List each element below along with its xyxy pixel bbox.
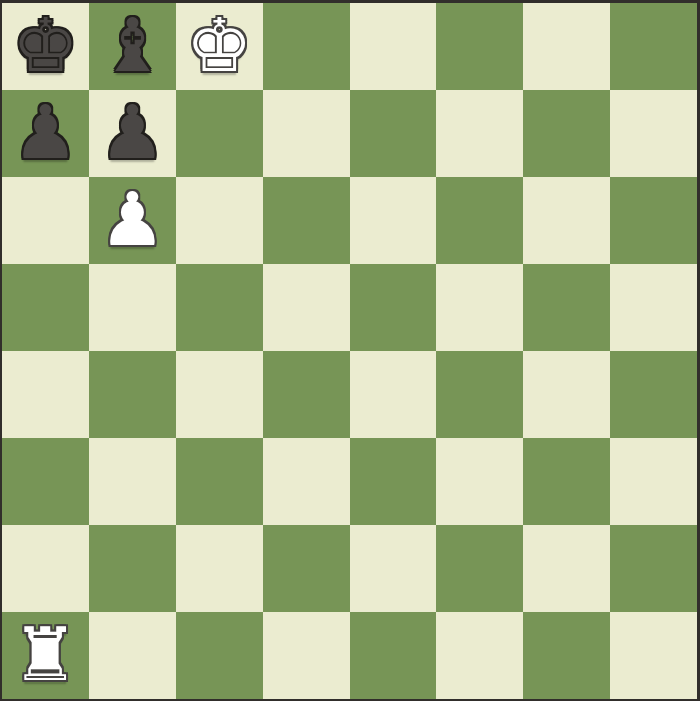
square-d7[interactable] bbox=[263, 90, 350, 177]
square-e4[interactable] bbox=[350, 351, 437, 438]
square-d3[interactable] bbox=[263, 438, 350, 525]
square-h2[interactable] bbox=[610, 525, 697, 612]
square-h8[interactable] bbox=[610, 3, 697, 90]
square-f5[interactable] bbox=[436, 264, 523, 351]
square-d8[interactable] bbox=[263, 3, 350, 90]
square-c4[interactable] bbox=[176, 351, 263, 438]
square-f1[interactable] bbox=[436, 612, 523, 699]
square-h6[interactable] bbox=[610, 177, 697, 264]
square-e2[interactable] bbox=[350, 525, 437, 612]
square-e8[interactable] bbox=[350, 3, 437, 90]
square-b4[interactable] bbox=[89, 351, 176, 438]
square-h1[interactable] bbox=[610, 612, 697, 699]
square-g4[interactable] bbox=[523, 351, 610, 438]
square-a3[interactable] bbox=[2, 438, 89, 525]
square-a4[interactable] bbox=[2, 351, 89, 438]
piece-white-king[interactable]: ♚ bbox=[186, 8, 252, 82]
square-c7[interactable] bbox=[176, 90, 263, 177]
square-g1[interactable] bbox=[523, 612, 610, 699]
square-c6[interactable] bbox=[176, 177, 263, 264]
square-f6[interactable] bbox=[436, 177, 523, 264]
piece-black-king[interactable]: ♚ bbox=[12, 8, 78, 82]
square-h3[interactable] bbox=[610, 438, 697, 525]
square-f3[interactable] bbox=[436, 438, 523, 525]
square-g5[interactable] bbox=[523, 264, 610, 351]
square-c1[interactable] bbox=[176, 612, 263, 699]
square-e5[interactable] bbox=[350, 264, 437, 351]
piece-black-pawn[interactable]: ♟ bbox=[99, 95, 165, 169]
square-e3[interactable] bbox=[350, 438, 437, 525]
square-d5[interactable] bbox=[263, 264, 350, 351]
square-h4[interactable] bbox=[610, 351, 697, 438]
square-b1[interactable] bbox=[89, 612, 176, 699]
square-e1[interactable] bbox=[350, 612, 437, 699]
square-a2[interactable] bbox=[2, 525, 89, 612]
square-c2[interactable] bbox=[176, 525, 263, 612]
square-c8[interactable]: ♚ bbox=[176, 3, 263, 90]
square-a1[interactable]: ♜ bbox=[2, 612, 89, 699]
square-f2[interactable] bbox=[436, 525, 523, 612]
square-b3[interactable] bbox=[89, 438, 176, 525]
square-a8[interactable]: ♚ bbox=[2, 3, 89, 90]
square-g7[interactable] bbox=[523, 90, 610, 177]
piece-white-pawn[interactable]: ♟ bbox=[99, 182, 165, 256]
square-f4[interactable] bbox=[436, 351, 523, 438]
square-d4[interactable] bbox=[263, 351, 350, 438]
piece-black-pawn[interactable]: ♟ bbox=[12, 95, 78, 169]
square-d1[interactable] bbox=[263, 612, 350, 699]
square-b6[interactable]: ♟ bbox=[89, 177, 176, 264]
square-e6[interactable] bbox=[350, 177, 437, 264]
square-a5[interactable] bbox=[2, 264, 89, 351]
square-c5[interactable] bbox=[176, 264, 263, 351]
square-b2[interactable] bbox=[89, 525, 176, 612]
square-g6[interactable] bbox=[523, 177, 610, 264]
square-b8[interactable]: ♝ bbox=[89, 3, 176, 90]
square-e7[interactable] bbox=[350, 90, 437, 177]
square-f8[interactable] bbox=[436, 3, 523, 90]
board-frame: ♚♝♚♟♟♟♜ bbox=[0, 0, 700, 701]
square-f7[interactable] bbox=[436, 90, 523, 177]
piece-black-bishop[interactable]: ♝ bbox=[99, 8, 165, 82]
square-c3[interactable] bbox=[176, 438, 263, 525]
square-b5[interactable] bbox=[89, 264, 176, 351]
piece-white-rook[interactable]: ♜ bbox=[12, 617, 78, 691]
square-h7[interactable] bbox=[610, 90, 697, 177]
square-g3[interactable] bbox=[523, 438, 610, 525]
square-d6[interactable] bbox=[263, 177, 350, 264]
square-g8[interactable] bbox=[523, 3, 610, 90]
square-b7[interactable]: ♟ bbox=[89, 90, 176, 177]
square-a7[interactable]: ♟ bbox=[2, 90, 89, 177]
square-g2[interactable] bbox=[523, 525, 610, 612]
square-d2[interactable] bbox=[263, 525, 350, 612]
square-a6[interactable] bbox=[2, 177, 89, 264]
chess-board: ♚♝♚♟♟♟♜ bbox=[2, 3, 697, 699]
square-h5[interactable] bbox=[610, 264, 697, 351]
